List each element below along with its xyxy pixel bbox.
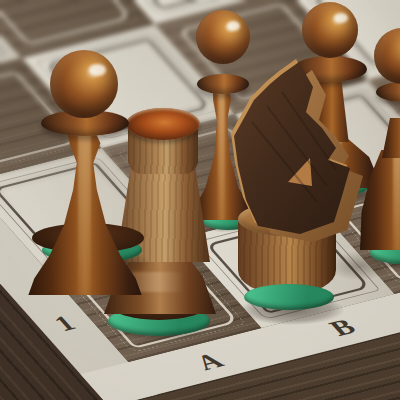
piece-knight-b1[interactable] [222, 50, 400, 330]
pawn-head [50, 50, 118, 118]
felt-base [244, 284, 334, 310]
knight-head-face [234, 62, 350, 234]
pawn-body [26, 130, 144, 295]
piece-pawn-a2[interactable] [18, 45, 178, 290]
chess-photo-scene: 1 A B [0, 0, 400, 400]
knight-head [222, 50, 400, 250]
